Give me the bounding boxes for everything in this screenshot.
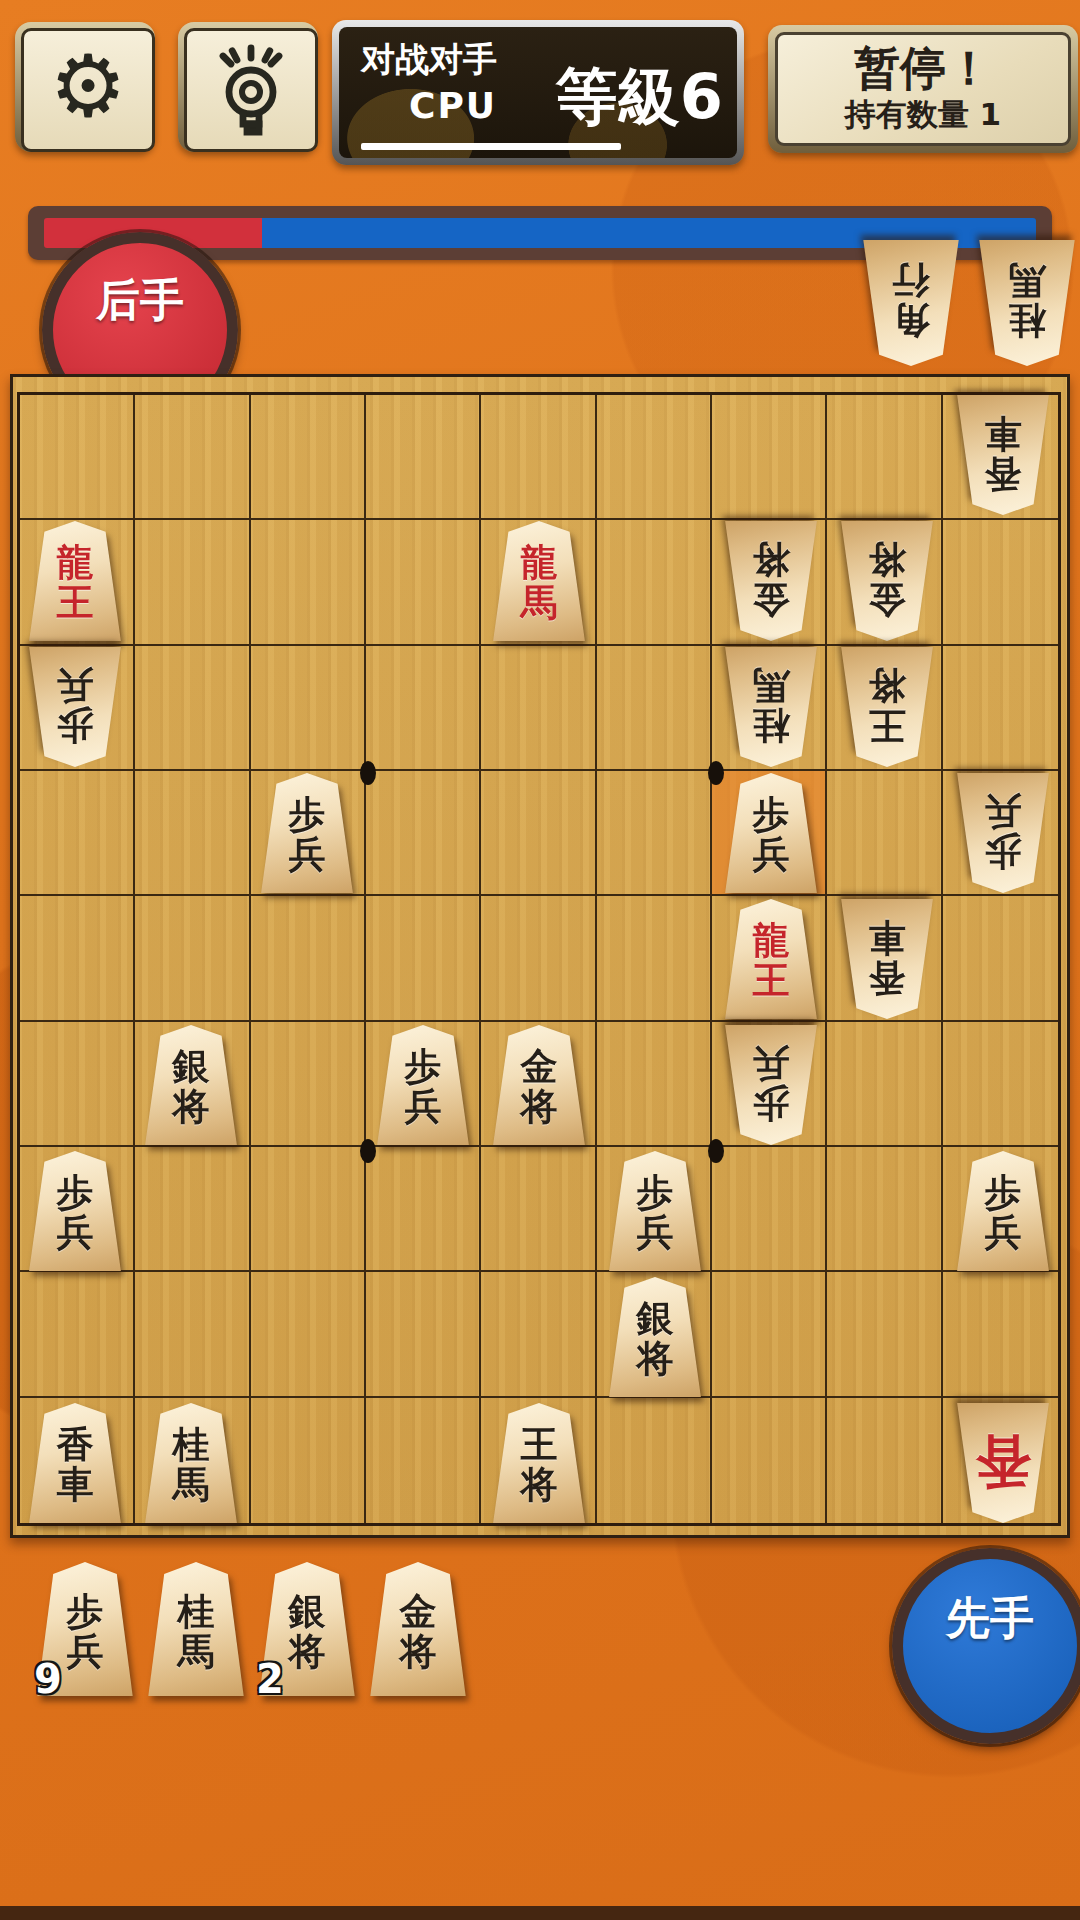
board-cell-r5c9[interactable] <box>943 896 1058 1021</box>
board-cell-r9c4[interactable] <box>366 1398 481 1523</box>
shogi-app-screen: ⚙ 对战对手 CPU 等級6 暂停 <box>0 0 1080 1920</box>
piece-text: 龍王 <box>720 907 822 1015</box>
opponent-panel: 对战对手 CPU 等級6 <box>332 20 744 165</box>
board-cell-r8c2[interactable] <box>135 1272 250 1397</box>
gote-piece-香車[interactable]: 香車 <box>952 395 1054 515</box>
gote-piece-香車[interactable]: 香車 <box>836 899 938 1019</box>
piece-text: 金将 <box>720 525 822 633</box>
board-cell-r2c4[interactable] <box>366 520 481 645</box>
board-cell-r9c8[interactable] <box>827 1398 942 1523</box>
board-cell-r7c4[interactable] <box>366 1147 481 1272</box>
board-cell-r2c6[interactable] <box>597 520 712 645</box>
board-cell-r5c4[interactable] <box>366 896 481 1021</box>
board-cell-r1c7[interactable] <box>712 395 827 520</box>
piece-text: 金将 <box>365 1571 471 1692</box>
gote-piece-角行[interactable]: 角行 <box>858 240 964 366</box>
gote-piece-金将[interactable]: 金将 <box>720 521 822 641</box>
sente-piece-龍王[interactable]: 龍王 <box>720 899 822 1019</box>
board-cell-r4c6[interactable] <box>597 771 712 896</box>
gote-piece-王将[interactable]: 王将 <box>836 647 938 767</box>
pause-count-label: 持有数量 1 <box>845 94 1001 136</box>
gote-piece-金将[interactable]: 金将 <box>836 521 938 641</box>
sente-player-badge: 先手 <box>892 1548 1080 1744</box>
sente-piece-金将[interactable]: 金将 <box>488 1025 590 1145</box>
piece-text: 桂馬 <box>720 651 822 759</box>
piece-text: 歩兵 <box>952 1159 1054 1267</box>
piece-text: 歩兵 <box>256 781 358 889</box>
board-cell-r3c2[interactable] <box>135 646 250 771</box>
hint-button[interactable] <box>178 22 318 152</box>
sente-piece-龍馬[interactable]: 龍馬 <box>488 521 590 641</box>
board-cell-r3c4[interactable] <box>366 646 481 771</box>
piece-text: 歩兵 <box>372 1033 474 1141</box>
sente-piece-龍王[interactable]: 龍王 <box>24 521 126 641</box>
board-cell-r4c4[interactable] <box>366 771 481 896</box>
board-cell-r8c5[interactable] <box>481 1272 596 1397</box>
board-cell-r8c1[interactable] <box>20 1272 135 1397</box>
board-cell-r8c9[interactable] <box>943 1272 1058 1397</box>
sente-piece-歩兵[interactable]: 歩兵 <box>720 773 822 893</box>
board-cell-r1c1[interactable] <box>20 395 135 520</box>
board-cell-r5c2[interactable] <box>135 896 250 1021</box>
board-cell-r4c1[interactable] <box>20 771 135 896</box>
piece-text: 金将 <box>488 1033 590 1141</box>
hand-piece-count: 9 <box>34 1656 62 1702</box>
sente-piece-香車[interactable]: 香車 <box>24 1403 126 1523</box>
board-cell-r1c5[interactable] <box>481 395 596 520</box>
board-cell-r1c8[interactable] <box>827 395 942 520</box>
board-cell-r9c6[interactable] <box>597 1398 712 1523</box>
board-cell-r6c8[interactable] <box>827 1022 942 1147</box>
board-cell-r7c5[interactable] <box>481 1147 596 1272</box>
board-cell-r1c3[interactable] <box>251 395 366 520</box>
sente-hand-slot-歩兵[interactable]: 歩兵9 <box>32 1562 138 1696</box>
settings-button[interactable]: ⚙ <box>15 22 155 152</box>
sente-piece-歩兵[interactable]: 歩兵 <box>256 773 358 893</box>
board-cell-r4c2[interactable] <box>135 771 250 896</box>
opponent-level: 等級6 <box>556 55 723 139</box>
piece-text: 桂馬 <box>140 1411 242 1519</box>
piece-text: 桂馬 <box>143 1571 249 1692</box>
piece-text: 香車 <box>24 1411 126 1519</box>
board-cell-r8c7[interactable] <box>712 1272 827 1397</box>
board-cell-r6c9[interactable] <box>943 1022 1058 1147</box>
gote-piece-歩兵[interactable]: 歩兵 <box>720 1025 822 1145</box>
gote-piece-桂馬[interactable]: 桂馬 <box>974 240 1080 366</box>
piece-text: 角行 <box>858 244 964 357</box>
sente-label: 先手 <box>903 1589 1077 1648</box>
board-cell-r7c3[interactable] <box>251 1147 366 1272</box>
board-cell-r2c2[interactable] <box>135 520 250 645</box>
piece-text: 銀将 <box>604 1285 706 1393</box>
opponent-name: CPU <box>409 85 497 126</box>
piece-text: 香 <box>952 1407 1054 1515</box>
gote-piece-歩兵[interactable]: 歩兵 <box>24 647 126 767</box>
board-cell-r5c5[interactable] <box>481 896 596 1021</box>
piece-text: 香車 <box>952 399 1054 507</box>
board-cell-r6c3[interactable] <box>251 1022 366 1147</box>
sente-hand-slot-銀将[interactable]: 銀将2 <box>254 1562 360 1696</box>
sente-piece-王将[interactable]: 王将 <box>488 1403 590 1523</box>
piece-text: 歩兵 <box>720 1029 822 1137</box>
opponent-label: 对战对手 <box>361 37 497 83</box>
board-cell-r7c7[interactable] <box>712 1147 827 1272</box>
piece-text: 桂馬 <box>974 244 1080 357</box>
piece-text: 香車 <box>836 903 938 1011</box>
board-cell-r5c6[interactable] <box>597 896 712 1021</box>
board-cell-r7c2[interactable] <box>135 1147 250 1272</box>
sente-piece-銀将[interactable]: 銀将 <box>140 1025 242 1145</box>
gote-piece-桂馬[interactable]: 桂馬 <box>720 647 822 767</box>
piece-text: 歩兵 <box>604 1159 706 1267</box>
board-cell-r3c6[interactable] <box>597 646 712 771</box>
gear-icon: ⚙ <box>49 43 126 129</box>
gote-piece-香[interactable]: 香 <box>952 1403 1054 1523</box>
piece-text: 歩兵 <box>952 777 1054 885</box>
sente-piece-金将[interactable]: 金将 <box>365 1562 471 1696</box>
board-cell-r1c2[interactable] <box>135 395 250 520</box>
hand-piece-count: 2 <box>256 1656 284 1702</box>
piece-text: 王将 <box>488 1411 590 1519</box>
shogi-board: 香車龍王龍馬金将金将歩兵桂馬王将歩兵歩兵歩兵龍王香車銀将歩兵金将歩兵歩兵歩兵歩兵… <box>10 374 1070 1538</box>
sente-piece-歩兵[interactable]: 歩兵 <box>952 1151 1054 1271</box>
sente-piece-歩兵[interactable]: 歩兵 <box>24 1151 126 1271</box>
board-cell-r2c9[interactable] <box>943 520 1058 645</box>
piece-text: 歩兵 <box>720 781 822 889</box>
lightbulb-icon <box>205 40 297 140</box>
sente-piece-桂馬[interactable]: 桂馬 <box>140 1403 242 1523</box>
board-cell-r4c8[interactable] <box>827 771 942 896</box>
board-cell-r1c4[interactable] <box>366 395 481 520</box>
board-cell-r5c1[interactable] <box>20 896 135 1021</box>
sente-piece-歩兵[interactable]: 歩兵 <box>604 1151 706 1271</box>
sente-piece-銀将[interactable]: 銀将 <box>604 1277 706 1397</box>
sente-piece-歩兵[interactable]: 歩兵 <box>372 1025 474 1145</box>
board-cell-r6c6[interactable] <box>597 1022 712 1147</box>
sente-hand-slot-金将[interactable]: 金将 <box>365 1562 471 1696</box>
board-cell-r9c3[interactable] <box>251 1398 366 1523</box>
board-cell-r2c3[interactable] <box>251 520 366 645</box>
gote-piece-歩兵[interactable]: 歩兵 <box>952 773 1054 893</box>
pause-label: 暂停！ <box>854 42 992 95</box>
board-cell-r3c3[interactable] <box>251 646 366 771</box>
board-cell-r3c5[interactable] <box>481 646 596 771</box>
piece-text: 金将 <box>836 525 938 633</box>
board-cell-r6c1[interactable] <box>20 1022 135 1147</box>
board-cell-r7c8[interactable] <box>827 1147 942 1272</box>
board-cell-r8c3[interactable] <box>251 1272 366 1397</box>
sente-piece-桂馬[interactable]: 桂馬 <box>143 1562 249 1696</box>
piece-text: 龍馬 <box>488 529 590 637</box>
board-cell-r5c3[interactable] <box>251 896 366 1021</box>
piece-text: 王将 <box>836 651 938 759</box>
board-cell-r8c4[interactable] <box>366 1272 481 1397</box>
opponent-underline <box>361 143 621 150</box>
board-cell-r1c6[interactable] <box>597 395 712 520</box>
board-cell-r3c9[interactable] <box>943 646 1058 771</box>
piece-text: 銀将 <box>140 1033 242 1141</box>
star-point <box>360 761 376 785</box>
piece-text: 歩兵 <box>24 651 126 759</box>
gote-label: 后手 <box>53 271 227 330</box>
sente-hand-slot-桂馬[interactable]: 桂馬 <box>143 1562 249 1696</box>
piece-text: 龍王 <box>24 529 126 637</box>
board-cell-r8c8[interactable] <box>827 1272 942 1397</box>
pause-button[interactable]: 暂停！ 持有数量 1 <box>768 25 1078 153</box>
piece-text: 歩兵 <box>24 1159 126 1267</box>
board-cell-r4c5[interactable] <box>481 771 596 896</box>
board-cell-r9c7[interactable] <box>712 1398 827 1523</box>
